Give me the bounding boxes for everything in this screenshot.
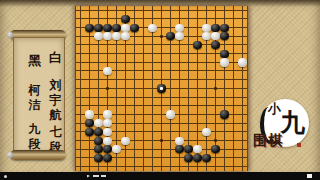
board-intersection[interactable]: [112, 145, 121, 154]
board-intersection[interactable]: [229, 84, 238, 93]
board-intersection[interactable]: [76, 145, 85, 154]
board-intersection[interactable]: [193, 119, 202, 128]
board-intersection[interactable]: [130, 41, 139, 50]
board-intersection[interactable]: [94, 23, 103, 32]
board-intersection[interactable]: [175, 162, 184, 171]
board-intersection[interactable]: [166, 93, 175, 102]
board-intersection[interactable]: [184, 102, 193, 111]
board-intersection[interactable]: [85, 49, 94, 58]
board-intersection[interactable]: [220, 93, 229, 102]
board-intersection[interactable]: [157, 154, 166, 163]
board-intersection[interactable]: [112, 154, 121, 163]
board-intersection[interactable]: [112, 41, 121, 50]
board-intersection[interactable]: [157, 67, 166, 76]
board-intersection[interactable]: [220, 15, 229, 24]
board-intersection[interactable]: [130, 6, 139, 15]
board-intersection[interactable]: [229, 32, 238, 41]
board-intersection[interactable]: [193, 154, 202, 163]
board-intersection[interactable]: [202, 84, 211, 93]
board-intersection[interactable]: [112, 23, 121, 32]
board-intersection[interactable]: [139, 145, 148, 154]
board-intersection[interactable]: [166, 102, 175, 111]
board-intersection[interactable]: [220, 32, 229, 41]
board-intersection[interactable]: [130, 128, 139, 137]
board-intersection[interactable]: [193, 41, 202, 50]
board-intersection[interactable]: [76, 32, 85, 41]
board-intersection[interactable]: [175, 145, 184, 154]
board-intersection[interactable]: [238, 128, 247, 137]
board-intersection[interactable]: [121, 84, 130, 93]
board-intersection[interactable]: [220, 84, 229, 93]
board-intersection[interactable]: [157, 23, 166, 32]
board-intersection[interactable]: [211, 49, 220, 58]
board-intersection[interactable]: [238, 119, 247, 128]
board-intersection[interactable]: [148, 32, 157, 41]
board-intersection[interactable]: [166, 119, 175, 128]
board-intersection[interactable]: [202, 58, 211, 67]
board-intersection[interactable]: [139, 136, 148, 145]
board-intersection[interactable]: [76, 23, 85, 32]
board-intersection[interactable]: [220, 49, 229, 58]
board-intersection[interactable]: [166, 136, 175, 145]
board-intersection[interactable]: [157, 84, 166, 93]
board-intersection[interactable]: [193, 58, 202, 67]
board-intersection[interactable]: [157, 6, 166, 15]
board-intersection[interactable]: [193, 15, 202, 24]
board-intersection[interactable]: [157, 58, 166, 67]
board-intersection[interactable]: [193, 49, 202, 58]
board-intersection[interactable]: [211, 128, 220, 137]
board-intersection[interactable]: [166, 154, 175, 163]
board-intersection[interactable]: [139, 49, 148, 58]
board-intersection[interactable]: [229, 102, 238, 111]
board-intersection[interactable]: [211, 162, 220, 171]
board-intersection[interactable]: [130, 23, 139, 32]
board-intersection[interactable]: [184, 75, 193, 84]
board-intersection[interactable]: [175, 15, 184, 24]
board-intersection[interactable]: [193, 102, 202, 111]
board-intersection[interactable]: [121, 136, 130, 145]
board-intersection[interactable]: [85, 93, 94, 102]
board-intersection[interactable]: [184, 110, 193, 119]
board-intersection[interactable]: [85, 162, 94, 171]
board-intersection[interactable]: [211, 75, 220, 84]
board-intersection[interactable]: [184, 32, 193, 41]
board-intersection[interactable]: [238, 67, 247, 76]
board-intersection[interactable]: [103, 136, 112, 145]
board-intersection[interactable]: [103, 84, 112, 93]
board-intersection[interactable]: [157, 75, 166, 84]
board-intersection[interactable]: [76, 128, 85, 137]
board-intersection[interactable]: [211, 119, 220, 128]
board-intersection[interactable]: [103, 6, 112, 15]
board-intersection[interactable]: [229, 145, 238, 154]
board-intersection[interactable]: [76, 162, 85, 171]
board-intersection[interactable]: [94, 49, 103, 58]
board-intersection[interactable]: [238, 32, 247, 41]
board-intersection[interactable]: [175, 49, 184, 58]
board-intersection[interactable]: [112, 93, 121, 102]
board-intersection[interactable]: [157, 49, 166, 58]
board-intersection[interactable]: [193, 110, 202, 119]
board-intersection[interactable]: [184, 58, 193, 67]
board-intersection[interactable]: [130, 93, 139, 102]
board-intersection[interactable]: [121, 110, 130, 119]
board-intersection[interactable]: [229, 58, 238, 67]
board-intersection[interactable]: [94, 136, 103, 145]
board-intersection[interactable]: [139, 75, 148, 84]
board-intersection[interactable]: [157, 15, 166, 24]
board-intersection[interactable]: [229, 49, 238, 58]
board-intersection[interactable]: [130, 110, 139, 119]
board-intersection[interactable]: [112, 75, 121, 84]
board-intersection[interactable]: [85, 6, 94, 15]
board-intersection[interactable]: [139, 128, 148, 137]
board-intersection[interactable]: [94, 102, 103, 111]
board-intersection[interactable]: [112, 84, 121, 93]
board-intersection[interactable]: [130, 32, 139, 41]
board-intersection[interactable]: [166, 67, 175, 76]
board-intersection[interactable]: [130, 84, 139, 93]
board-intersection[interactable]: [202, 110, 211, 119]
board-intersection[interactable]: [220, 102, 229, 111]
board-intersection[interactable]: [94, 145, 103, 154]
board-intersection[interactable]: [76, 75, 85, 84]
board-intersection[interactable]: [94, 93, 103, 102]
board-intersection[interactable]: [220, 41, 229, 50]
board-intersection[interactable]: [184, 128, 193, 137]
board-intersection[interactable]: [103, 41, 112, 50]
board-intersection[interactable]: [139, 154, 148, 163]
board-intersection[interactable]: [76, 84, 85, 93]
board-intersection[interactable]: [193, 6, 202, 15]
board-intersection[interactable]: [112, 119, 121, 128]
board-intersection[interactable]: [148, 102, 157, 111]
board-intersection[interactable]: [211, 93, 220, 102]
board-intersection[interactable]: [193, 75, 202, 84]
board-intersection[interactable]: [211, 6, 220, 15]
board-intersection[interactable]: [139, 110, 148, 119]
board-intersection[interactable]: [220, 119, 229, 128]
board-intersection[interactable]: [103, 32, 112, 41]
board-intersection[interactable]: [193, 23, 202, 32]
board-intersection[interactable]: [184, 145, 193, 154]
board-intersection[interactable]: [121, 162, 130, 171]
board-intersection[interactable]: [193, 136, 202, 145]
board-intersection[interactable]: [148, 136, 157, 145]
board-intersection[interactable]: [166, 6, 175, 15]
board-intersection[interactable]: [238, 75, 247, 84]
board-intersection[interactable]: [166, 128, 175, 137]
board-intersection[interactable]: [175, 102, 184, 111]
board-intersection[interactable]: [148, 6, 157, 15]
board-intersection[interactable]: [85, 110, 94, 119]
board-intersection[interactable]: [139, 41, 148, 50]
board-intersection[interactable]: [157, 128, 166, 137]
board-intersection[interactable]: [85, 67, 94, 76]
board-intersection[interactable]: [112, 58, 121, 67]
player-bar[interactable]: [0, 172, 320, 180]
board-intersection[interactable]: [148, 93, 157, 102]
board-intersection[interactable]: [139, 15, 148, 24]
board-intersection[interactable]: [94, 128, 103, 137]
board-intersection[interactable]: [166, 32, 175, 41]
board-intersection[interactable]: [148, 119, 157, 128]
board-intersection[interactable]: [130, 75, 139, 84]
board-intersection[interactable]: [220, 136, 229, 145]
board-intersection[interactable]: [121, 128, 130, 137]
board-intersection[interactable]: [148, 49, 157, 58]
board-intersection[interactable]: [148, 67, 157, 76]
board-intersection[interactable]: [202, 93, 211, 102]
board-intersection[interactable]: [175, 67, 184, 76]
board-intersection[interactable]: [139, 119, 148, 128]
board-intersection[interactable]: [166, 162, 175, 171]
board-intersection[interactable]: [121, 75, 130, 84]
board-intersection[interactable]: [211, 23, 220, 32]
board-intersection[interactable]: [130, 162, 139, 171]
board-intersection[interactable]: [121, 58, 130, 67]
board-intersection[interactable]: [121, 23, 130, 32]
board-intersection[interactable]: [139, 84, 148, 93]
board-intersection[interactable]: [229, 154, 238, 163]
board-intersection[interactable]: [184, 67, 193, 76]
board-intersection[interactable]: [85, 102, 94, 111]
board-intersection[interactable]: [211, 41, 220, 50]
board-intersection[interactable]: [238, 6, 247, 15]
board-intersection[interactable]: [157, 136, 166, 145]
board-intersection[interactable]: [148, 15, 157, 24]
board-intersection[interactable]: [103, 58, 112, 67]
board-intersection[interactable]: [202, 119, 211, 128]
board-intersection[interactable]: [220, 145, 229, 154]
board-intersection[interactable]: [220, 162, 229, 171]
board-intersection[interactable]: [103, 93, 112, 102]
board-intersection[interactable]: [76, 58, 85, 67]
board-intersection[interactable]: [112, 136, 121, 145]
board-intersection[interactable]: [103, 110, 112, 119]
board-intersection[interactable]: [112, 102, 121, 111]
board-intersection[interactable]: [130, 136, 139, 145]
board-intersection[interactable]: [211, 154, 220, 163]
board-intersection[interactable]: [229, 119, 238, 128]
board-intersection[interactable]: [229, 6, 238, 15]
board-intersection[interactable]: [238, 23, 247, 32]
board-intersection[interactable]: [202, 41, 211, 50]
board-intersection[interactable]: [130, 58, 139, 67]
board-intersection[interactable]: [112, 32, 121, 41]
board-intersection[interactable]: [175, 84, 184, 93]
board-intersection[interactable]: [130, 49, 139, 58]
board-intersection[interactable]: [175, 32, 184, 41]
board-intersection[interactable]: [193, 128, 202, 137]
board-intersection[interactable]: [202, 154, 211, 163]
board-intersection[interactable]: [85, 23, 94, 32]
board-intersection[interactable]: [238, 41, 247, 50]
board-intersection[interactable]: [148, 41, 157, 50]
board-intersection[interactable]: [229, 67, 238, 76]
board-intersection[interactable]: [148, 154, 157, 163]
board-intersection[interactable]: [103, 145, 112, 154]
board-intersection[interactable]: [202, 162, 211, 171]
board-intersection[interactable]: [85, 58, 94, 67]
board-intersection[interactable]: [103, 102, 112, 111]
board-intersection[interactable]: [202, 128, 211, 137]
board-intersection[interactable]: [229, 136, 238, 145]
board-intersection[interactable]: [85, 41, 94, 50]
board-intersection[interactable]: [76, 119, 85, 128]
board-intersection[interactable]: [121, 41, 130, 50]
board-intersection[interactable]: [202, 67, 211, 76]
board-intersection[interactable]: [121, 119, 130, 128]
board-intersection[interactable]: [238, 84, 247, 93]
board-intersection[interactable]: [139, 58, 148, 67]
board-intersection[interactable]: [112, 15, 121, 24]
board-intersection[interactable]: [211, 58, 220, 67]
board-intersection[interactable]: [211, 136, 220, 145]
board-intersection[interactable]: [94, 32, 103, 41]
board-intersection[interactable]: [202, 23, 211, 32]
board-intersection[interactable]: [202, 6, 211, 15]
board-intersection[interactable]: [103, 49, 112, 58]
board-intersection[interactable]: [148, 162, 157, 171]
board-intersection[interactable]: [148, 84, 157, 93]
board-intersection[interactable]: [175, 119, 184, 128]
board-intersection[interactable]: [94, 15, 103, 24]
board-intersection[interactable]: [166, 41, 175, 50]
board-intersection[interactable]: [148, 75, 157, 84]
miniplayer-icon[interactable]: [307, 174, 312, 178]
board-intersection[interactable]: [112, 6, 121, 15]
board-intersection[interactable]: [166, 110, 175, 119]
board-intersection[interactable]: [220, 58, 229, 67]
board-intersection[interactable]: [202, 136, 211, 145]
board-intersection[interactable]: [112, 49, 121, 58]
board-intersection[interactable]: [229, 162, 238, 171]
board-intersection[interactable]: [157, 41, 166, 50]
board-intersection[interactable]: [220, 154, 229, 163]
board-intersection[interactable]: [238, 15, 247, 24]
board-intersection[interactable]: [175, 6, 184, 15]
board-intersection[interactable]: [184, 93, 193, 102]
board-intersection[interactable]: [139, 32, 148, 41]
board-intersection[interactable]: [94, 75, 103, 84]
board-intersection[interactable]: [166, 23, 175, 32]
board-intersection[interactable]: [148, 145, 157, 154]
board-intersection[interactable]: [76, 15, 85, 24]
board-intersection[interactable]: [157, 162, 166, 171]
board-intersection[interactable]: [238, 154, 247, 163]
board-intersection[interactable]: [76, 102, 85, 111]
board-intersection[interactable]: [175, 93, 184, 102]
board-intersection[interactable]: [211, 110, 220, 119]
board-intersection[interactable]: [184, 15, 193, 24]
board-intersection[interactable]: [184, 49, 193, 58]
board-intersection[interactable]: [139, 23, 148, 32]
board-intersection[interactable]: [193, 32, 202, 41]
board-intersection[interactable]: [175, 75, 184, 84]
board-intersection[interactable]: [139, 93, 148, 102]
board-intersection[interactable]: [211, 67, 220, 76]
board-intersection[interactable]: [130, 15, 139, 24]
board-intersection[interactable]: [148, 128, 157, 137]
board-intersection[interactable]: [121, 145, 130, 154]
board-intersection[interactable]: [229, 15, 238, 24]
board-intersection[interactable]: [166, 84, 175, 93]
board-intersection[interactable]: [193, 145, 202, 154]
board-intersection[interactable]: [103, 67, 112, 76]
board-intersection[interactable]: [229, 93, 238, 102]
board-intersection[interactable]: [166, 58, 175, 67]
board-intersection[interactable]: [130, 102, 139, 111]
board-intersection[interactable]: [175, 154, 184, 163]
board-intersection[interactable]: [76, 136, 85, 145]
board-intersection[interactable]: [238, 49, 247, 58]
play-icon[interactable]: [87, 175, 90, 178]
board-intersection[interactable]: [130, 154, 139, 163]
board-intersection[interactable]: [166, 75, 175, 84]
board-intersection[interactable]: [85, 84, 94, 93]
board-intersection[interactable]: [121, 6, 130, 15]
board-intersection[interactable]: [85, 32, 94, 41]
board-intersection[interactable]: [184, 41, 193, 50]
board-intersection[interactable]: [175, 41, 184, 50]
board-intersection[interactable]: [130, 119, 139, 128]
board-intersection[interactable]: [103, 162, 112, 171]
board-intersection[interactable]: [94, 67, 103, 76]
board-intersection[interactable]: [103, 15, 112, 24]
board-intersection[interactable]: [94, 41, 103, 50]
board-intersection[interactable]: [157, 145, 166, 154]
board-intersection[interactable]: [229, 128, 238, 137]
board-intersection[interactable]: [85, 15, 94, 24]
board-intersection[interactable]: [103, 119, 112, 128]
board-intersection[interactable]: [139, 6, 148, 15]
board-intersection[interactable]: [202, 32, 211, 41]
board-intersection[interactable]: [94, 110, 103, 119]
board-intersection[interactable]: [130, 145, 139, 154]
board-intersection[interactable]: [76, 93, 85, 102]
board-intersection[interactable]: [184, 84, 193, 93]
board-intersection[interactable]: [175, 136, 184, 145]
board-intersection[interactable]: [193, 67, 202, 76]
board-intersection[interactable]: [85, 136, 94, 145]
board-intersection[interactable]: [94, 154, 103, 163]
board-intersection[interactable]: [220, 110, 229, 119]
board-intersection[interactable]: [85, 119, 94, 128]
board-intersection[interactable]: [238, 102, 247, 111]
board-intersection[interactable]: [112, 128, 121, 137]
board-intersection[interactable]: [211, 32, 220, 41]
board-intersection[interactable]: [157, 32, 166, 41]
board-intersection[interactable]: [157, 110, 166, 119]
board-intersection[interactable]: [202, 75, 211, 84]
board-intersection[interactable]: [94, 119, 103, 128]
board-intersection[interactable]: [220, 128, 229, 137]
board-intersection[interactable]: [229, 23, 238, 32]
board-intersection[interactable]: [121, 49, 130, 58]
board-intersection[interactable]: [184, 154, 193, 163]
board-intersection[interactable]: [211, 102, 220, 111]
board-intersection[interactable]: [76, 49, 85, 58]
board-intersection[interactable]: [139, 102, 148, 111]
board-intersection[interactable]: [148, 23, 157, 32]
board-intersection[interactable]: [94, 58, 103, 67]
board-intersection[interactable]: [229, 75, 238, 84]
board-intersection[interactable]: [121, 32, 130, 41]
board-intersection[interactable]: [175, 128, 184, 137]
board-intersection[interactable]: [157, 93, 166, 102]
